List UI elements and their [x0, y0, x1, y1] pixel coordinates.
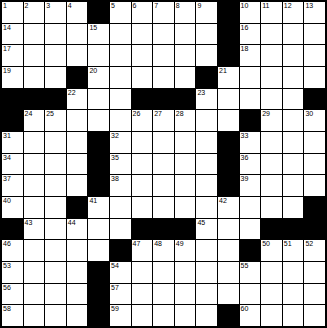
- white-cell[interactable]: [304, 262, 325, 283]
- white-cell[interactable]: [153, 197, 174, 218]
- white-cell[interactable]: 55: [240, 262, 261, 283]
- clue-number: 36: [241, 154, 249, 162]
- white-cell[interactable]: [196, 110, 217, 131]
- white-cell[interactable]: [304, 154, 325, 175]
- white-cell[interactable]: 58: [2, 305, 23, 326]
- white-cell[interactable]: [283, 305, 304, 326]
- white-cell[interactable]: [45, 305, 66, 326]
- white-cell[interactable]: [153, 154, 174, 175]
- white-cell[interactable]: [45, 175, 66, 196]
- clue-number: 17: [3, 45, 11, 53]
- clue-number: 39: [241, 175, 249, 183]
- white-cell[interactable]: [24, 45, 45, 66]
- white-cell[interactable]: [110, 219, 131, 240]
- white-cell[interactable]: 2: [24, 2, 45, 23]
- clue-number: 2: [25, 2, 29, 10]
- white-cell[interactable]: 22: [67, 89, 88, 110]
- white-cell[interactable]: 49: [175, 240, 196, 261]
- white-cell[interactable]: [67, 175, 88, 196]
- white-cell[interactable]: [24, 262, 45, 283]
- clue-number: 58: [3, 305, 11, 313]
- white-cell[interactable]: [283, 154, 304, 175]
- white-cell[interactable]: [283, 284, 304, 305]
- white-cell[interactable]: 13: [304, 2, 325, 23]
- black-cell: [110, 240, 131, 261]
- white-cell[interactable]: [132, 154, 153, 175]
- white-cell[interactable]: 50: [261, 240, 282, 261]
- black-cell: [240, 240, 261, 261]
- white-cell[interactable]: 46: [2, 240, 23, 261]
- white-cell[interactable]: 48: [153, 240, 174, 261]
- black-cell: [175, 219, 196, 240]
- white-cell[interactable]: [304, 175, 325, 196]
- white-cell[interactable]: 4: [67, 2, 88, 23]
- clue-number: 57: [111, 284, 119, 292]
- clue-number: 8: [176, 2, 180, 10]
- white-cell[interactable]: 57: [110, 284, 131, 305]
- black-cell: [153, 219, 174, 240]
- clue-number: 50: [262, 240, 270, 248]
- clue-number: 9: [197, 2, 201, 10]
- white-cell[interactable]: 14: [2, 24, 23, 45]
- white-cell[interactable]: [283, 262, 304, 283]
- white-cell[interactable]: 21: [218, 67, 239, 88]
- clue-number: 21: [219, 67, 227, 75]
- white-cell[interactable]: [304, 45, 325, 66]
- white-cell[interactable]: [175, 197, 196, 218]
- white-cell[interactable]: [196, 305, 217, 326]
- white-cell[interactable]: [88, 240, 109, 261]
- crossword-board: 1234567891011121314151617181920212223242…: [0, 0, 327, 328]
- clue-number: 28: [176, 110, 184, 118]
- white-cell[interactable]: 8: [175, 2, 196, 23]
- clue-number: 12: [284, 2, 292, 10]
- white-cell[interactable]: 29: [261, 110, 282, 131]
- white-cell[interactable]: [45, 154, 66, 175]
- black-cell: [132, 219, 153, 240]
- clue-number: 26: [133, 110, 141, 118]
- black-cell: [67, 67, 88, 88]
- white-cell[interactable]: [132, 24, 153, 45]
- black-cell: [24, 89, 45, 110]
- clue-number: 11: [262, 2, 269, 10]
- white-cell[interactable]: [24, 284, 45, 305]
- white-cell[interactable]: 47: [132, 240, 153, 261]
- white-cell[interactable]: [24, 240, 45, 261]
- clue-number: 5: [111, 2, 115, 10]
- black-cell: [304, 219, 325, 240]
- white-cell[interactable]: [261, 197, 282, 218]
- white-cell[interactable]: [153, 175, 174, 196]
- white-cell[interactable]: [24, 154, 45, 175]
- black-cell: [2, 110, 23, 131]
- white-cell[interactable]: [45, 197, 66, 218]
- white-cell[interactable]: [45, 240, 66, 261]
- white-cell[interactable]: [240, 89, 261, 110]
- white-cell[interactable]: [283, 24, 304, 45]
- white-cell[interactable]: [261, 284, 282, 305]
- clue-number: 37: [3, 175, 11, 183]
- white-cell[interactable]: [88, 110, 109, 131]
- white-cell[interactable]: [88, 45, 109, 66]
- white-cell[interactable]: [67, 154, 88, 175]
- white-cell[interactable]: 38: [110, 175, 131, 196]
- clue-number: 22: [68, 89, 76, 97]
- clue-number: 32: [111, 132, 119, 140]
- white-cell[interactable]: [45, 67, 66, 88]
- white-cell[interactable]: 34: [2, 154, 23, 175]
- white-cell[interactable]: [218, 284, 239, 305]
- white-cell[interactable]: [283, 89, 304, 110]
- clue-number: 14: [3, 24, 11, 32]
- white-cell[interactable]: 28: [175, 110, 196, 131]
- white-cell[interactable]: 43: [24, 219, 45, 240]
- black-cell: [218, 2, 239, 23]
- white-cell[interactable]: [261, 305, 282, 326]
- white-cell[interactable]: [196, 175, 217, 196]
- clue-number: 56: [3, 284, 11, 292]
- clue-number: 30: [305, 110, 313, 118]
- white-cell[interactable]: [196, 24, 217, 45]
- white-cell[interactable]: [175, 24, 196, 45]
- white-cell[interactable]: [67, 24, 88, 45]
- black-cell: [88, 132, 109, 153]
- clue-number: 27: [154, 110, 162, 118]
- black-cell: [88, 305, 109, 326]
- white-cell[interactable]: 53: [2, 262, 23, 283]
- white-cell[interactable]: [153, 305, 174, 326]
- white-cell[interactable]: [196, 154, 217, 175]
- clue-number: 47: [133, 240, 141, 248]
- white-cell[interactable]: 26: [132, 110, 153, 131]
- white-cell[interactable]: 60: [240, 305, 261, 326]
- white-cell[interactable]: [153, 45, 174, 66]
- white-cell[interactable]: [153, 262, 174, 283]
- white-cell[interactable]: 27: [153, 110, 174, 131]
- white-cell[interactable]: [175, 67, 196, 88]
- white-cell[interactable]: [45, 219, 66, 240]
- white-cell[interactable]: 18: [240, 45, 261, 66]
- white-cell[interactable]: 41: [88, 197, 109, 218]
- white-cell[interactable]: [304, 132, 325, 153]
- white-cell[interactable]: [304, 305, 325, 326]
- white-cell[interactable]: [24, 24, 45, 45]
- white-cell[interactable]: [45, 132, 66, 153]
- clue-number: 38: [111, 175, 119, 183]
- white-cell[interactable]: [132, 132, 153, 153]
- white-cell[interactable]: [196, 45, 217, 66]
- clue-number: 25: [46, 110, 54, 118]
- white-cell[interactable]: 9: [196, 2, 217, 23]
- white-cell[interactable]: [283, 132, 304, 153]
- white-cell[interactable]: 54: [110, 262, 131, 283]
- white-cell[interactable]: 1: [2, 2, 23, 23]
- white-cell[interactable]: [24, 132, 45, 153]
- white-cell[interactable]: [283, 110, 304, 131]
- clue-number: 55: [241, 262, 249, 270]
- black-cell: [88, 284, 109, 305]
- white-cell[interactable]: [153, 67, 174, 88]
- white-cell[interactable]: [67, 132, 88, 153]
- black-cell: [67, 197, 88, 218]
- white-cell[interactable]: [67, 110, 88, 131]
- black-cell: [218, 132, 239, 153]
- white-cell[interactable]: [304, 67, 325, 88]
- clue-number: 23: [197, 89, 205, 97]
- clue-number: 48: [154, 240, 162, 248]
- white-cell[interactable]: 37: [2, 175, 23, 196]
- clue-number: 49: [176, 240, 184, 248]
- white-cell[interactable]: [218, 89, 239, 110]
- white-cell[interactable]: 25: [45, 110, 66, 131]
- clue-number: 29: [262, 110, 270, 118]
- clue-number: 42: [219, 197, 227, 205]
- white-cell[interactable]: 56: [2, 284, 23, 305]
- clue-number: 33: [241, 132, 249, 140]
- white-cell[interactable]: [110, 110, 131, 131]
- clue-number: 54: [111, 262, 119, 270]
- white-cell[interactable]: [153, 132, 174, 153]
- black-cell: [218, 154, 239, 175]
- white-cell[interactable]: 11: [261, 2, 282, 23]
- white-cell[interactable]: [261, 67, 282, 88]
- white-cell[interactable]: [196, 240, 217, 261]
- white-cell[interactable]: [283, 175, 304, 196]
- white-cell[interactable]: [132, 175, 153, 196]
- white-cell[interactable]: [261, 132, 282, 153]
- white-cell[interactable]: 51: [283, 240, 304, 261]
- white-cell[interactable]: [283, 45, 304, 66]
- white-cell[interactable]: 36: [240, 154, 261, 175]
- white-cell[interactable]: [24, 67, 45, 88]
- white-cell[interactable]: [196, 132, 217, 153]
- clue-number: 19: [3, 67, 11, 75]
- white-cell[interactable]: [240, 219, 261, 240]
- white-cell[interactable]: [67, 305, 88, 326]
- white-cell[interactable]: [283, 197, 304, 218]
- white-cell[interactable]: [218, 262, 239, 283]
- white-cell[interactable]: [261, 89, 282, 110]
- black-cell: [304, 89, 325, 110]
- black-cell: [2, 219, 23, 240]
- white-cell[interactable]: [110, 89, 131, 110]
- clue-number: 31: [3, 132, 11, 140]
- white-cell[interactable]: [304, 24, 325, 45]
- white-cell[interactable]: [261, 175, 282, 196]
- black-cell: [218, 24, 239, 45]
- white-cell[interactable]: [175, 262, 196, 283]
- white-cell[interactable]: [132, 67, 153, 88]
- white-cell[interactable]: [196, 284, 217, 305]
- white-cell[interactable]: [175, 45, 196, 66]
- white-cell[interactable]: 19: [2, 67, 23, 88]
- clue-number: 44: [68, 219, 76, 227]
- clue-number: 45: [197, 219, 205, 227]
- black-cell: [88, 154, 109, 175]
- black-cell: [175, 89, 196, 110]
- clue-number: 43: [25, 219, 33, 227]
- black-cell: [88, 175, 109, 196]
- white-cell[interactable]: [88, 219, 109, 240]
- white-cell[interactable]: [240, 67, 261, 88]
- white-cell[interactable]: [218, 219, 239, 240]
- white-cell[interactable]: [175, 132, 196, 153]
- clue-number: 6: [133, 2, 137, 10]
- white-cell[interactable]: 12: [283, 2, 304, 23]
- white-cell[interactable]: 59: [110, 305, 131, 326]
- clue-number: 3: [46, 2, 50, 10]
- white-cell[interactable]: 32: [110, 132, 131, 153]
- black-cell: [261, 219, 282, 240]
- white-cell[interactable]: [132, 305, 153, 326]
- black-cell: [88, 2, 109, 23]
- black-cell: [218, 175, 239, 196]
- white-cell[interactable]: [132, 197, 153, 218]
- white-cell[interactable]: 23: [196, 89, 217, 110]
- white-cell[interactable]: [175, 154, 196, 175]
- black-cell: [196, 67, 217, 88]
- white-cell[interactable]: 3: [45, 2, 66, 23]
- clue-number: 35: [111, 154, 119, 162]
- clue-number: 20: [89, 67, 97, 75]
- white-cell[interactable]: 35: [110, 154, 131, 175]
- white-cell[interactable]: 7: [153, 2, 174, 23]
- white-cell[interactable]: [196, 262, 217, 283]
- white-cell[interactable]: [153, 24, 174, 45]
- black-cell: [304, 197, 325, 218]
- white-cell[interactable]: [175, 305, 196, 326]
- white-cell[interactable]: 33: [240, 132, 261, 153]
- clue-number: 4: [68, 2, 72, 10]
- white-cell[interactable]: [45, 45, 66, 66]
- white-cell[interactable]: [45, 24, 66, 45]
- clue-number: 51: [284, 240, 292, 248]
- white-cell[interactable]: [304, 284, 325, 305]
- white-cell[interactable]: 5: [110, 2, 131, 23]
- clue-number: 7: [154, 2, 158, 10]
- white-cell[interactable]: [175, 175, 196, 196]
- white-cell[interactable]: [261, 154, 282, 175]
- white-cell[interactable]: [67, 262, 88, 283]
- white-cell[interactable]: 16: [240, 24, 261, 45]
- clue-number: 53: [3, 262, 11, 270]
- white-cell[interactable]: [24, 305, 45, 326]
- white-cell[interactable]: [110, 67, 131, 88]
- white-cell[interactable]: [132, 45, 153, 66]
- black-cell: [218, 305, 239, 326]
- white-cell[interactable]: [261, 24, 282, 45]
- black-cell: [283, 219, 304, 240]
- white-cell[interactable]: [67, 284, 88, 305]
- white-cell[interactable]: [261, 45, 282, 66]
- white-cell[interactable]: [218, 240, 239, 261]
- clue-number: 1: [3, 2, 7, 10]
- white-cell[interactable]: [153, 284, 174, 305]
- white-cell[interactable]: [88, 89, 109, 110]
- black-cell: [2, 89, 23, 110]
- white-cell[interactable]: [261, 262, 282, 283]
- white-cell[interactable]: 20: [88, 67, 109, 88]
- white-cell[interactable]: 24: [24, 110, 45, 131]
- clue-number: 16: [241, 24, 249, 32]
- white-cell[interactable]: [67, 240, 88, 261]
- white-cell[interactable]: [283, 67, 304, 88]
- white-cell[interactable]: [196, 197, 217, 218]
- white-cell[interactable]: 10: [240, 2, 261, 23]
- white-cell[interactable]: 15: [88, 24, 109, 45]
- white-cell[interactable]: 52: [304, 240, 325, 261]
- clue-number: 60: [241, 305, 249, 313]
- clue-number: 13: [305, 2, 313, 10]
- white-cell[interactable]: 39: [240, 175, 261, 196]
- black-cell: [88, 262, 109, 283]
- clue-number: 59: [111, 305, 119, 313]
- white-cell[interactable]: [45, 284, 66, 305]
- clue-number: 18: [241, 45, 249, 53]
- clue-number: 52: [305, 240, 313, 248]
- clue-number: 46: [3, 240, 11, 248]
- white-cell[interactable]: [24, 175, 45, 196]
- white-cell[interactable]: [24, 197, 45, 218]
- white-cell[interactable]: 42: [218, 197, 239, 218]
- white-cell[interactable]: 40: [2, 197, 23, 218]
- white-cell[interactable]: 44: [67, 219, 88, 240]
- white-cell[interactable]: 31: [2, 132, 23, 153]
- white-cell[interactable]: 17: [2, 45, 23, 66]
- white-cell[interactable]: [110, 24, 131, 45]
- white-cell[interactable]: [110, 45, 131, 66]
- white-cell[interactable]: [132, 262, 153, 283]
- clue-number: 15: [89, 24, 97, 32]
- clue-number: 41: [89, 197, 97, 205]
- white-cell[interactable]: [110, 197, 131, 218]
- white-cell[interactable]: [45, 262, 66, 283]
- white-cell[interactable]: 45: [196, 219, 217, 240]
- white-cell[interactable]: [175, 284, 196, 305]
- white-cell[interactable]: [240, 197, 261, 218]
- clue-number: 40: [3, 197, 11, 205]
- black-cell: [132, 89, 153, 110]
- white-cell[interactable]: [132, 284, 153, 305]
- clue-number: 10: [241, 2, 249, 10]
- black-cell: [240, 110, 261, 131]
- black-cell: [45, 89, 66, 110]
- white-cell[interactable]: [67, 45, 88, 66]
- white-cell[interactable]: [240, 284, 261, 305]
- black-cell: [218, 45, 239, 66]
- black-cell: [153, 89, 174, 110]
- white-cell[interactable]: 30: [304, 110, 325, 131]
- white-cell[interactable]: [218, 110, 239, 131]
- white-cell[interactable]: 6: [132, 2, 153, 23]
- clue-number: 34: [3, 154, 11, 162]
- clue-number: 24: [25, 110, 33, 118]
